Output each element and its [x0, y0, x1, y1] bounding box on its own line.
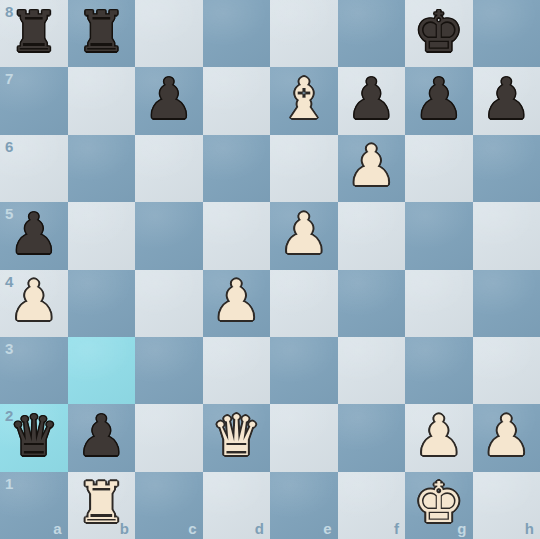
- file-label-e: e: [323, 520, 331, 537]
- rank-label-7: 7: [5, 70, 13, 87]
- piece-black-pawn[interactable]: ♟: [9, 206, 59, 262]
- square-e3[interactable]: [270, 337, 338, 404]
- square-e7[interactable]: ♝: [270, 67, 338, 134]
- square-b7[interactable]: [68, 67, 136, 134]
- square-e8[interactable]: [270, 0, 338, 67]
- square-c7[interactable]: ♟: [135, 67, 203, 134]
- square-a7[interactable]: 7: [0, 67, 68, 134]
- square-c3[interactable]: [135, 337, 203, 404]
- square-c5[interactable]: [135, 202, 203, 269]
- piece-white-pawn[interactable]: ♟: [9, 273, 59, 329]
- file-label-c: c: [188, 520, 196, 537]
- square-h5[interactable]: [473, 202, 540, 269]
- square-g1[interactable]: g♚: [405, 472, 473, 539]
- square-g4[interactable]: [405, 270, 473, 337]
- square-d5[interactable]: [203, 202, 271, 269]
- piece-white-queen[interactable]: ♛: [211, 408, 261, 464]
- file-label-f: f: [394, 520, 399, 537]
- square-g2[interactable]: ♟: [405, 404, 473, 471]
- square-c8[interactable]: [135, 0, 203, 67]
- square-a5[interactable]: 5♟: [0, 202, 68, 269]
- square-d2[interactable]: ♛: [203, 404, 271, 471]
- square-a4[interactable]: 4♟: [0, 270, 68, 337]
- square-h3[interactable]: [473, 337, 540, 404]
- piece-black-rook[interactable]: ♜: [9, 4, 59, 60]
- square-b1[interactable]: b♜: [68, 472, 136, 539]
- file-label-a: a: [53, 520, 61, 537]
- square-b8[interactable]: ♜: [68, 0, 136, 67]
- square-d6[interactable]: [203, 135, 271, 202]
- square-c4[interactable]: [135, 270, 203, 337]
- square-a1[interactable]: 1a: [0, 472, 68, 539]
- piece-black-queen[interactable]: ♛: [9, 408, 59, 464]
- square-b4[interactable]: [68, 270, 136, 337]
- square-f1[interactable]: f: [338, 472, 406, 539]
- piece-white-rook[interactable]: ♜: [76, 475, 126, 531]
- square-f2[interactable]: [338, 404, 406, 471]
- file-label-d: d: [255, 520, 264, 537]
- rank-label-1: 1: [5, 475, 13, 492]
- square-h6[interactable]: [473, 135, 540, 202]
- square-h2[interactable]: ♟: [473, 404, 540, 471]
- square-b5[interactable]: [68, 202, 136, 269]
- rank-label-3: 3: [5, 340, 13, 357]
- square-g6[interactable]: [405, 135, 473, 202]
- square-f4[interactable]: [338, 270, 406, 337]
- square-a2[interactable]: 2♛: [0, 404, 68, 471]
- square-f5[interactable]: [338, 202, 406, 269]
- square-a6[interactable]: 6: [0, 135, 68, 202]
- square-h4[interactable]: [473, 270, 540, 337]
- square-b2[interactable]: ♟: [68, 404, 136, 471]
- piece-black-pawn[interactable]: ♟: [481, 71, 531, 127]
- piece-black-pawn[interactable]: ♟: [144, 71, 194, 127]
- piece-white-pawn[interactable]: ♟: [346, 138, 396, 194]
- square-a3[interactable]: 3: [0, 337, 68, 404]
- piece-white-pawn[interactable]: ♟: [211, 273, 261, 329]
- piece-black-pawn[interactable]: ♟: [76, 408, 126, 464]
- square-e1[interactable]: e: [270, 472, 338, 539]
- square-g5[interactable]: [405, 202, 473, 269]
- square-e6[interactable]: [270, 135, 338, 202]
- square-h7[interactable]: ♟: [473, 67, 540, 134]
- square-a8[interactable]: 8♜: [0, 0, 68, 67]
- square-c1[interactable]: c: [135, 472, 203, 539]
- square-e2[interactable]: [270, 404, 338, 471]
- square-h1[interactable]: h: [473, 472, 540, 539]
- square-g3[interactable]: [405, 337, 473, 404]
- piece-white-bishop[interactable]: ♝: [279, 71, 329, 127]
- piece-black-pawn[interactable]: ♟: [414, 71, 464, 127]
- square-d1[interactable]: d: [203, 472, 271, 539]
- square-g8[interactable]: ♚: [405, 0, 473, 67]
- piece-white-pawn[interactable]: ♟: [279, 206, 329, 262]
- square-e4[interactable]: [270, 270, 338, 337]
- piece-black-rook[interactable]: ♜: [76, 4, 126, 60]
- square-h8[interactable]: [473, 0, 540, 67]
- piece-black-pawn[interactable]: ♟: [346, 71, 396, 127]
- chess-board: 8♜♜♚7♟♝♟♟♟6♟5♟♟4♟♟32♛♟♛♟♟1ab♜cdefg♚h: [0, 0, 540, 539]
- square-f8[interactable]: [338, 0, 406, 67]
- rank-label-6: 6: [5, 138, 13, 155]
- square-b6[interactable]: [68, 135, 136, 202]
- square-d8[interactable]: [203, 0, 271, 67]
- square-c6[interactable]: [135, 135, 203, 202]
- square-e5[interactable]: ♟: [270, 202, 338, 269]
- square-d7[interactable]: [203, 67, 271, 134]
- square-f6[interactable]: ♟: [338, 135, 406, 202]
- piece-white-pawn[interactable]: ♟: [414, 408, 464, 464]
- square-g7[interactable]: ♟: [405, 67, 473, 134]
- square-f7[interactable]: ♟: [338, 67, 406, 134]
- piece-black-king[interactable]: ♚: [414, 4, 464, 60]
- square-b3[interactable]: [68, 337, 136, 404]
- square-d4[interactable]: ♟: [203, 270, 271, 337]
- square-d3[interactable]: [203, 337, 271, 404]
- square-f3[interactable]: [338, 337, 406, 404]
- file-label-h: h: [525, 520, 534, 537]
- square-c2[interactable]: [135, 404, 203, 471]
- piece-white-king[interactable]: ♚: [414, 475, 464, 531]
- piece-white-pawn[interactable]: ♟: [481, 408, 531, 464]
